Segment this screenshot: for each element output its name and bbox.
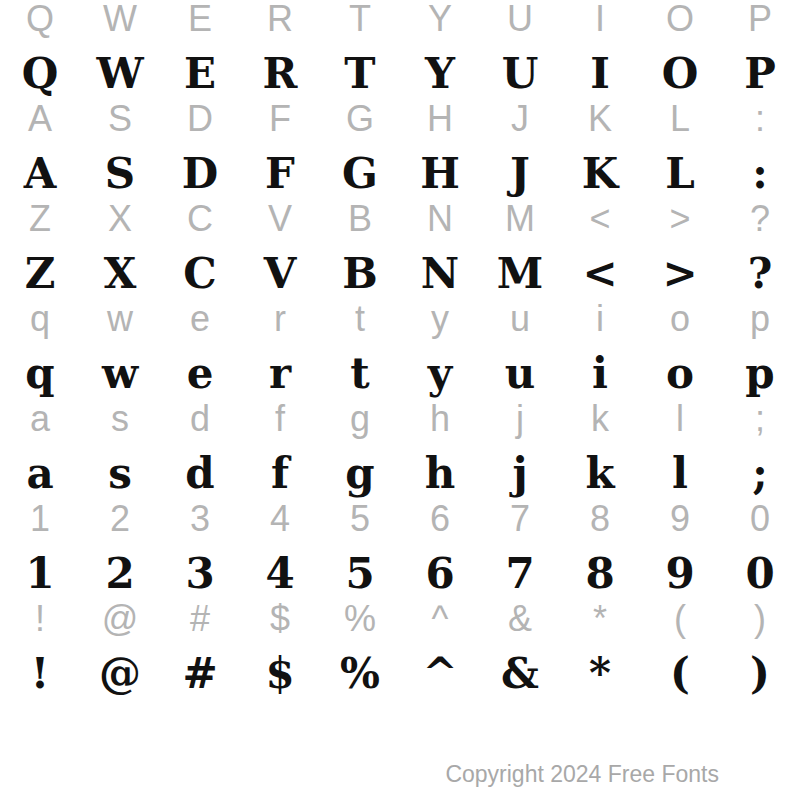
char-cell-gray-r6-c7: 7 [510, 501, 530, 537]
char-cell-black-r7-c3: # [182, 653, 217, 695]
char-cell-black-r6-c1: 1 [25, 553, 54, 595]
char-cell-gray-r4-c1: q [30, 301, 50, 337]
charmap-row-gray-4: qwertyuiop [0, 300, 800, 338]
char-cell-black-r3-c5: B [342, 253, 378, 295]
charmap-row-black-2: ASDFGHJKL: [0, 144, 800, 204]
char-cell-black-r4-c6: y [428, 353, 452, 395]
char-cell-gray-r7-c3: # [190, 601, 210, 637]
char-cell-gray-r1-c10: P [748, 1, 772, 37]
charmap-row-gray-2: ASDFGHJKL: [0, 100, 800, 138]
char-cell-gray-r2-c10: : [755, 101, 765, 137]
char-cell-gray-r4-c2: w [107, 301, 133, 337]
char-cell-black-r6-c10: 0 [745, 553, 774, 595]
char-cell-black-r1-c5: T [344, 53, 375, 95]
char-cell-black-r7-c6: ^ [422, 653, 457, 695]
charmap-row-gray-5: asdfghjkl; [0, 400, 800, 438]
char-cell-gray-r1-c9: O [666, 1, 694, 37]
charmap-row-black-6: 1234567890 [0, 544, 800, 604]
char-cell-black-r7-c8: * [589, 653, 611, 695]
char-cell-gray-r5-c7: j [516, 401, 524, 437]
char-cell-gray-r5-c4: f [275, 401, 285, 437]
char-cell-black-r3-c6: N [421, 253, 459, 295]
char-cell-gray-r5-c2: s [111, 401, 129, 437]
char-cell-black-r1-c7: U [502, 53, 539, 95]
char-cell-black-r7-c5: % [340, 653, 380, 695]
char-cell-black-r1-c1: Q [22, 53, 59, 95]
char-cell-black-r4-c4: r [269, 353, 291, 395]
char-cell-gray-r4-c9: o [670, 301, 690, 337]
char-cell-black-r7-c9: ( [670, 653, 690, 695]
char-cell-black-r2-c4: F [265, 153, 295, 195]
char-cell-gray-r1-c8: I [595, 1, 605, 37]
char-cell-gray-r6-c4: 4 [270, 501, 290, 537]
char-cell-black-r2-c8: K [582, 153, 619, 195]
char-cell-black-r4-c9: o [666, 353, 694, 395]
char-cell-black-r3-c9: > [662, 253, 697, 295]
char-cell-gray-r2-c3: D [187, 101, 213, 137]
char-cell-black-r3-c2: X [104, 253, 137, 295]
char-cell-gray-r5-c10: ; [755, 401, 765, 437]
charmap-row-black-7: !@#$%^&*() [0, 644, 800, 704]
char-cell-gray-r3-c10: ? [750, 201, 770, 237]
char-cell-black-r2-c10: : [752, 153, 768, 195]
char-cell-gray-r3-c4: V [268, 201, 292, 237]
char-cell-black-r6-c6: 6 [425, 553, 454, 595]
char-cell-gray-r4-c7: u [510, 301, 530, 337]
copyright-text: Copyright 2024 Free Fonts [445, 761, 719, 788]
char-cell-black-r3-c3: C [183, 253, 216, 295]
char-cell-gray-r6-c1: 1 [30, 501, 50, 537]
char-cell-gray-r3-c5: B [348, 201, 372, 237]
char-cell-gray-r6-c6: 6 [430, 501, 450, 537]
char-cell-gray-r5-c6: h [430, 401, 450, 437]
char-cell-black-r5-c10: ; [752, 453, 768, 495]
char-cell-black-r5-c2: s [108, 453, 132, 495]
char-cell-black-r1-c2: W [96, 53, 143, 95]
char-cell-black-r6-c8: 8 [585, 553, 614, 595]
char-cell-gray-r3-c6: N [427, 201, 453, 237]
char-cell-gray-r7-c6: ^ [432, 601, 449, 637]
char-cell-gray-r3-c2: X [108, 201, 132, 237]
charmap-row-black-3: ZXCVBNM<>? [0, 244, 800, 304]
char-cell-black-r4-c7: u [505, 353, 536, 395]
char-cell-gray-r7-c4: $ [270, 601, 290, 637]
charmap-row-black-4: qwertyuiop [0, 344, 800, 404]
char-cell-black-r4-c3: e [187, 353, 214, 395]
char-cell-gray-r2-c4: F [269, 101, 291, 137]
char-cell-gray-r2-c8: K [588, 101, 612, 137]
char-cell-black-r6-c5: 5 [345, 553, 374, 595]
char-cell-gray-r7-c10: ) [754, 601, 766, 637]
char-cell-black-r1-c6: Y [425, 53, 455, 95]
char-cell-gray-r2-c7: J [511, 101, 529, 137]
char-cell-gray-r5-c9: l [676, 401, 684, 437]
char-cell-black-r5-c9: l [672, 453, 688, 495]
charmap-row-black-1: QWERTYUIOP [0, 44, 800, 104]
char-cell-black-r7-c4: $ [265, 653, 294, 695]
char-cell-gray-r1-c1: Q [26, 1, 54, 37]
char-cell-gray-r4-c3: e [190, 301, 210, 337]
char-cell-black-r1-c10: P [744, 53, 776, 95]
char-cell-gray-r6-c2: 2 [110, 501, 130, 537]
charmap-board: Copyright 2024 Free Fonts QWERTYUIOPQWER… [0, 0, 800, 800]
char-cell-gray-r2-c1: A [28, 101, 52, 137]
char-cell-black-r4-c5: t [350, 353, 369, 395]
char-cell-black-r7-c1: ! [31, 653, 49, 695]
char-cell-gray-r2-c2: S [108, 101, 132, 137]
char-cell-black-r2-c2: S [105, 153, 135, 195]
char-cell-gray-r7-c1: ! [35, 601, 45, 637]
char-cell-black-r7-c7: & [501, 653, 539, 695]
char-cell-black-r3-c4: V [264, 253, 297, 295]
char-cell-black-r2-c1: A [24, 153, 57, 195]
char-cell-gray-r2-c6: H [427, 101, 453, 137]
charmap-row-gray-3: ZXCVBNM<>? [0, 200, 800, 238]
char-cell-black-r1-c8: I [590, 53, 610, 95]
char-cell-gray-r4-c8: i [596, 301, 604, 337]
charmap-row-gray-7: !@#$%^&*() [0, 600, 800, 638]
char-cell-black-r1-c4: R [263, 53, 298, 95]
char-cell-black-r2-c5: G [342, 153, 378, 195]
char-cell-gray-r3-c7: M [505, 201, 535, 237]
char-cell-gray-r7-c5: % [344, 601, 376, 637]
char-cell-gray-r3-c3: C [187, 201, 213, 237]
char-cell-black-r6-c9: 9 [665, 553, 694, 595]
charmap-row-gray-6: 1234567890 [0, 500, 800, 538]
char-cell-gray-r1-c4: R [267, 1, 293, 37]
char-cell-gray-r4-c6: y [431, 301, 449, 337]
char-cell-gray-r5-c8: k [591, 401, 609, 437]
char-cell-black-r4-c8: i [592, 353, 608, 395]
char-cell-black-r5-c7: j [512, 453, 527, 495]
char-cell-black-r2-c7: J [510, 153, 530, 195]
char-cell-black-r5-c4: f [271, 453, 289, 495]
char-cell-gray-r5-c5: g [350, 401, 370, 437]
char-cell-gray-r4-c10: p [750, 301, 770, 337]
char-cell-black-r2-c9: L [665, 153, 695, 195]
char-cell-black-r5-c8: k [585, 453, 614, 495]
char-cell-black-r3-c8: < [582, 253, 617, 295]
char-cell-gray-r4-c4: r [274, 301, 286, 337]
char-cell-black-r6-c2: 2 [105, 553, 134, 595]
char-cell-gray-r7-c9: ( [674, 601, 686, 637]
char-cell-gray-r4-c5: t [355, 301, 365, 337]
char-cell-gray-r6-c3: 3 [190, 501, 210, 537]
char-cell-gray-r1-c3: E [188, 1, 212, 37]
char-cell-black-r5-c3: d [185, 453, 214, 495]
char-cell-gray-r5-c3: d [190, 401, 210, 437]
char-cell-black-r1-c3: E [184, 53, 216, 95]
char-cell-black-r5-c6: h [425, 453, 456, 495]
char-cell-gray-r2-c9: L [670, 101, 690, 137]
char-cell-black-r4-c2: w [102, 353, 138, 395]
char-cell-gray-r5-c1: a [30, 401, 50, 437]
char-cell-black-r2-c6: H [420, 153, 460, 195]
char-cell-black-r5-c1: a [26, 453, 53, 495]
char-cell-gray-r3-c8: < [589, 201, 610, 237]
char-cell-gray-r7-c2: @ [102, 601, 139, 637]
char-cell-black-r6-c4: 4 [265, 553, 294, 595]
char-cell-gray-r1-c7: U [507, 1, 533, 37]
char-cell-black-r6-c7: 7 [505, 553, 534, 595]
char-cell-gray-r2-c5: G [346, 101, 374, 137]
char-cell-black-r2-c3: D [182, 153, 218, 195]
char-cell-gray-r6-c8: 8 [590, 501, 610, 537]
char-cell-black-r5-c5: g [345, 453, 374, 495]
char-cell-gray-r7-c8: * [593, 601, 607, 637]
char-cell-gray-r3-c9: > [669, 201, 690, 237]
char-cell-black-r6-c3: 3 [185, 553, 214, 595]
char-cell-gray-r6-c9: 9 [670, 501, 690, 537]
char-cell-black-r4-c10: p [745, 353, 774, 395]
char-cell-black-r4-c1: q [25, 353, 54, 395]
char-cell-gray-r3-c1: Z [29, 201, 51, 237]
char-cell-black-r3-c1: Z [25, 253, 56, 295]
char-cell-gray-r6-c5: 5 [350, 501, 370, 537]
char-cell-black-r1-c9: O [662, 53, 699, 95]
char-cell-gray-r7-c7: & [508, 601, 532, 637]
char-cell-black-r7-c10: ) [750, 653, 770, 695]
char-cell-gray-r1-c5: T [349, 1, 371, 37]
charmap-row-black-5: asdfghjkl; [0, 444, 800, 504]
char-cell-black-r7-c2: @ [99, 653, 141, 695]
char-cell-gray-r1-c6: Y [428, 1, 452, 37]
charmap-row-gray-1: QWERTYUIOP [0, 0, 800, 38]
char-cell-gray-r1-c2: W [103, 1, 137, 37]
char-cell-gray-r6-c10: 0 [750, 501, 770, 537]
char-cell-black-r3-c10: ? [748, 253, 773, 295]
char-cell-black-r3-c7: M [497, 253, 544, 295]
